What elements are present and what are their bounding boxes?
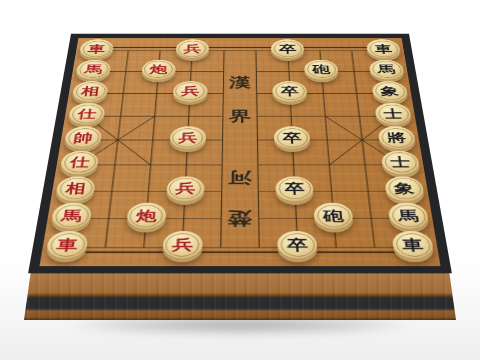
- piece-glyph: 帥: [73, 132, 94, 144]
- piece-glyph: 兵: [178, 132, 198, 144]
- piece-glyph: 卒: [285, 182, 306, 195]
- river-label-he: 河: [224, 168, 255, 188]
- piece-glyph: 車: [87, 44, 106, 54]
- piece-glyph: 仕: [77, 108, 97, 119]
- river-label-chu: 楚: [224, 208, 257, 230]
- piece-glyph: 卒: [282, 132, 302, 144]
- piece-glyph: 砲: [312, 64, 331, 74]
- piece-glyph: 象: [393, 182, 415, 195]
- piece-glyph: 象: [380, 86, 400, 97]
- piece-glyph: 相: [65, 182, 87, 195]
- river-label-jie: 界: [225, 107, 255, 125]
- piece-red-soldier[interactable]: 兵: [166, 176, 205, 201]
- xiangqi-board[interactable]: 漢 界 河 楚 車兵卒車馬炮砲馬相兵卒象仕士帥兵卒將仕士相兵卒象馬炮砲馬車兵卒車: [28, 34, 452, 274]
- piece-glyph: 兵: [181, 86, 200, 97]
- piece-glyph: 車: [374, 44, 393, 54]
- piece-glyph: 炮: [136, 209, 158, 223]
- piece-glyph: 兵: [172, 237, 194, 251]
- piece-glyph: 馬: [60, 209, 82, 223]
- piece-glyph: 士: [390, 156, 411, 168]
- piece-glyph: 兵: [183, 44, 201, 54]
- river-label-han: 漢: [226, 74, 255, 91]
- piece-glyph: 兵: [175, 182, 196, 195]
- piece-glyph: 炮: [149, 64, 168, 74]
- piece-glyph: 砲: [323, 209, 345, 223]
- piece-glyph: 仕: [69, 156, 90, 168]
- piece-glyph: 車: [401, 237, 424, 251]
- piece-glyph: 馬: [377, 64, 396, 74]
- piece-glyph: 馬: [84, 64, 103, 74]
- piece-red-soldier[interactable]: 兵: [172, 81, 207, 102]
- piece-glyph: 馬: [397, 209, 419, 223]
- piece-red-soldier[interactable]: 兵: [169, 126, 206, 149]
- piece-glyph: 卒: [279, 44, 297, 54]
- piece-black-soldier[interactable]: 卒: [272, 81, 307, 102]
- piece-glyph: 相: [80, 86, 100, 97]
- piece-glyph: 車: [56, 237, 79, 251]
- piece-red-soldier[interactable]: 兵: [175, 39, 209, 58]
- scene: 漢 界 河 楚 車兵卒車馬炮砲馬相兵卒象仕士帥兵卒將仕士相兵卒象馬炮砲馬車兵卒車: [0, 0, 480, 360]
- piece-black-cannon[interactable]: 砲: [304, 60, 339, 80]
- piece-glyph: 士: [383, 108, 403, 119]
- piece-glyph: 卒: [287, 237, 309, 251]
- piece-glyph: 卒: [281, 86, 300, 97]
- board-side-face: [24, 271, 456, 320]
- piece-glyph: 將: [386, 132, 407, 144]
